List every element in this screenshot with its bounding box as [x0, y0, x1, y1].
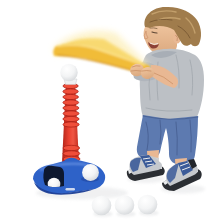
tee-rib	[63, 94, 79, 99]
tee-ribs	[63, 83, 80, 161]
ground-ball	[115, 195, 135, 215]
brand-logo	[66, 188, 76, 190]
tee-rib	[63, 116, 79, 121]
toddler-boy	[127, 7, 204, 191]
ball-on-tee	[60, 64, 77, 81]
tee-rib	[63, 100, 79, 105]
tee-rib	[63, 151, 80, 156]
ground-ball	[92, 196, 112, 216]
tee-rib	[63, 105, 79, 110]
tee-rib	[63, 89, 78, 94]
ground-balls	[92, 195, 158, 216]
ball-on-base	[82, 164, 99, 181]
scene-canvas	[0, 0, 224, 224]
product-photo	[0, 0, 224, 224]
tee-rib	[63, 122, 79, 127]
head	[144, 7, 201, 55]
tee-rib	[63, 145, 80, 150]
ground-ball	[138, 195, 158, 215]
tee-rib	[63, 111, 79, 116]
tee-post	[62, 79, 80, 163]
